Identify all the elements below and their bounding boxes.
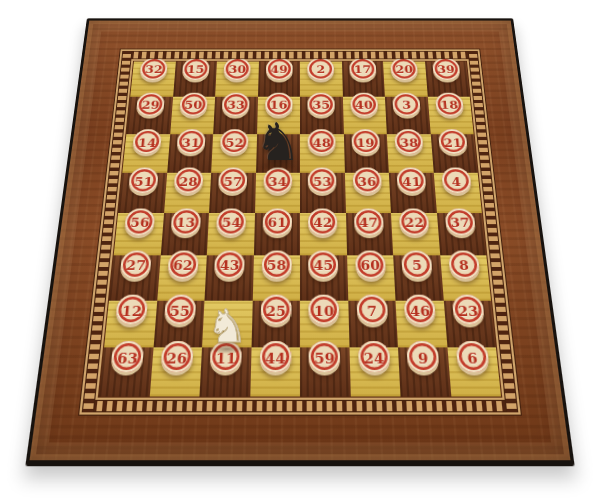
black-knight[interactable]: ♞ — [248, 112, 308, 172]
disc-52[interactable]: 52 — [220, 129, 249, 154]
square-f2[interactable]: 7 — [348, 300, 398, 347]
disc-number: 60 — [360, 257, 380, 273]
square-a1[interactable]: 63 — [99, 347, 153, 396]
disc-number: 14 — [138, 135, 157, 148]
square-f6[interactable]: 19 — [343, 134, 388, 173]
square-b5[interactable]: 28 — [164, 173, 212, 214]
square-h5[interactable]: 4 — [433, 173, 482, 214]
disc-number: 30 — [229, 63, 247, 75]
disc-number: 4 — [451, 174, 462, 188]
disc-48[interactable]: 48 — [308, 129, 336, 154]
disc-number: 8 — [458, 257, 469, 273]
disc-3[interactable]: 3 — [392, 93, 421, 116]
inlay-border: 3215304921720392950331635403181431524819… — [78, 49, 522, 416]
square-e4[interactable]: 42 — [300, 213, 347, 256]
disc-number: 19 — [356, 135, 375, 148]
disc-number: 3 — [402, 98, 412, 111]
disc-number: 10 — [314, 302, 334, 318]
square-g3[interactable]: 5 — [393, 256, 443, 301]
square-b6[interactable]: 31 — [167, 134, 213, 173]
square-a4[interactable]: 56 — [114, 213, 164, 256]
square-d5[interactable]: 34 — [255, 173, 300, 214]
square-f1[interactable]: 24 — [349, 347, 401, 396]
disc-53[interactable]: 53 — [308, 168, 337, 194]
disc-5[interactable]: 5 — [401, 250, 433, 278]
disc-30[interactable]: 30 — [224, 57, 252, 79]
disc-number: 56 — [130, 215, 150, 230]
disc-number: 41 — [402, 174, 421, 188]
disc-number: 52 — [225, 135, 244, 148]
inlay-border-top — [121, 51, 478, 59]
square-h3[interactable]: 8 — [440, 256, 491, 301]
disc-number: 28 — [179, 174, 198, 188]
disc-number: 34 — [268, 174, 287, 188]
disc-28[interactable]: 28 — [173, 168, 203, 194]
square-b7[interactable]: 50 — [170, 97, 215, 134]
disc-29[interactable]: 29 — [136, 93, 165, 116]
disc-55[interactable]: 55 — [164, 295, 197, 325]
square-e8[interactable]: 2 — [300, 62, 342, 97]
disc-50[interactable]: 50 — [179, 93, 208, 116]
disc-31[interactable]: 31 — [176, 129, 206, 154]
disc-number: 32 — [145, 63, 163, 75]
disc-number: 2 — [316, 63, 325, 75]
disc-number: 58 — [267, 257, 287, 273]
disc-number: 18 — [440, 98, 459, 111]
square-f3[interactable]: 60 — [347, 256, 396, 301]
disc-number: 44 — [265, 349, 286, 366]
disc-14[interactable]: 14 — [132, 129, 162, 154]
disc-25[interactable]: 25 — [260, 295, 291, 325]
disc-35[interactable]: 35 — [308, 93, 336, 116]
disc-number: 42 — [313, 215, 332, 230]
inlay-border-bottom — [82, 400, 519, 412]
disc-19[interactable]: 19 — [351, 129, 380, 154]
square-a8[interactable]: 32 — [130, 62, 175, 97]
disc-number: 9 — [417, 349, 428, 366]
disc-60[interactable]: 60 — [355, 250, 386, 278]
disc-18[interactable]: 18 — [435, 93, 464, 116]
disc-number: 47 — [359, 215, 378, 230]
square-g4[interactable]: 22 — [391, 213, 440, 256]
square-g2[interactable]: 46 — [395, 300, 446, 347]
disc-number: 62 — [173, 257, 193, 273]
disc-number: 22 — [404, 215, 424, 230]
disc-15[interactable]: 15 — [182, 57, 210, 79]
square-h8[interactable]: 39 — [425, 62, 470, 97]
square-g7[interactable]: 3 — [385, 97, 430, 134]
square-d4[interactable]: 61 — [253, 213, 300, 256]
disc-number: 33 — [227, 98, 245, 111]
disc-7[interactable]: 7 — [356, 295, 388, 325]
square-b3[interactable]: 62 — [157, 256, 207, 301]
board-frame: 3215304921720392950331635403181431524819… — [25, 18, 574, 466]
white-knight-icon: ♞ — [197, 297, 257, 355]
disc-number: 57 — [223, 174, 242, 188]
disc-number: 29 — [141, 98, 160, 111]
square-a7[interactable]: 29 — [126, 97, 172, 134]
square-d1[interactable]: 44 — [250, 347, 300, 396]
disc-44[interactable]: 44 — [259, 341, 291, 372]
disc-8[interactable]: 8 — [448, 250, 481, 278]
disc-38[interactable]: 38 — [394, 129, 424, 154]
disc-number: 6 — [466, 349, 478, 366]
disc-number: 35 — [312, 98, 330, 111]
disc-43[interactable]: 43 — [214, 250, 245, 278]
disc-number: 31 — [181, 135, 200, 148]
disc-number: 53 — [313, 174, 332, 188]
square-b8[interactable]: 15 — [173, 62, 217, 97]
square-h4[interactable]: 37 — [436, 213, 486, 256]
disc-4[interactable]: 4 — [441, 168, 472, 194]
disc-26[interactable]: 26 — [160, 341, 194, 372]
disc-number: 54 — [222, 215, 241, 230]
disc-59[interactable]: 59 — [309, 341, 341, 372]
white-knight[interactable]: ♞ — [197, 297, 257, 355]
disc-12[interactable]: 12 — [115, 295, 148, 325]
disc-number: 24 — [363, 349, 384, 366]
disc-number: 21 — [443, 135, 462, 148]
square-d3[interactable]: 58 — [252, 256, 300, 301]
square-g1[interactable]: 9 — [398, 347, 451, 396]
square-c5[interactable]: 57 — [209, 173, 256, 214]
disc-40[interactable]: 40 — [350, 93, 378, 116]
disc-number: 49 — [270, 63, 287, 75]
disc-13[interactable]: 13 — [170, 208, 201, 235]
square-f7[interactable]: 40 — [342, 97, 386, 134]
disc-57[interactable]: 57 — [218, 168, 248, 194]
disc-58[interactable]: 58 — [261, 250, 291, 278]
black-knight-icon: ♞ — [248, 112, 308, 172]
disc-number: 27 — [126, 257, 147, 273]
disc-number: 13 — [176, 215, 196, 230]
disc-number: 16 — [270, 98, 288, 111]
disc-51[interactable]: 51 — [128, 168, 159, 194]
square-b1[interactable]: 26 — [149, 347, 202, 396]
disc-number: 26 — [166, 349, 187, 366]
square-e5[interactable]: 53 — [300, 173, 345, 214]
square-e1[interactable]: 59 — [300, 347, 350, 396]
disc-number: 40 — [355, 98, 373, 111]
disc-21[interactable]: 21 — [438, 129, 468, 154]
game-board: 3215304921720392950331635403181431524819… — [25, 18, 574, 466]
square-f4[interactable]: 47 — [345, 213, 393, 256]
disc-number: 45 — [314, 257, 334, 273]
square-h6[interactable]: 21 — [430, 134, 477, 173]
disc-24[interactable]: 24 — [358, 341, 391, 372]
disc-22[interactable]: 22 — [399, 208, 430, 235]
square-c3[interactable]: 43 — [205, 256, 254, 301]
square-h7[interactable]: 18 — [427, 97, 473, 134]
disc-32[interactable]: 32 — [140, 57, 169, 79]
disc-number: 50 — [184, 98, 202, 111]
disc-number: 38 — [400, 135, 419, 148]
square-a2[interactable]: 12 — [104, 300, 157, 347]
square-c4[interactable]: 54 — [207, 213, 255, 256]
disc-number: 61 — [268, 215, 287, 230]
disc-number: 5 — [412, 257, 423, 273]
square-f8[interactable]: 17 — [342, 62, 385, 97]
disc-63[interactable]: 63 — [110, 341, 144, 372]
disc-number: 48 — [313, 135, 331, 148]
disc-17[interactable]: 17 — [349, 57, 377, 79]
disc-45[interactable]: 45 — [308, 250, 338, 278]
disc-20[interactable]: 20 — [390, 57, 418, 79]
square-h1[interactable]: 6 — [447, 347, 501, 396]
disc-49[interactable]: 49 — [266, 57, 293, 79]
disc-number: 7 — [367, 302, 378, 318]
disc-27[interactable]: 27 — [120, 250, 153, 278]
disc-2[interactable]: 2 — [307, 57, 334, 79]
disc-47[interactable]: 47 — [354, 208, 384, 235]
disc-37[interactable]: 37 — [444, 208, 476, 235]
square-c8[interactable]: 30 — [215, 62, 258, 97]
disc-number: 39 — [437, 63, 455, 75]
disc-61[interactable]: 61 — [262, 208, 292, 235]
disc-number: 46 — [410, 302, 431, 318]
square-a5[interactable]: 51 — [118, 173, 167, 214]
photo-background: 3215304921720392950331635403181431524819… — [0, 0, 600, 499]
square-e2[interactable]: 10 — [300, 300, 349, 347]
disc-number: 23 — [457, 302, 478, 318]
square-g6[interactable]: 38 — [387, 134, 433, 173]
square-e3[interactable]: 45 — [300, 256, 348, 301]
disc-56[interactable]: 56 — [124, 208, 156, 235]
disc-41[interactable]: 41 — [397, 168, 427, 194]
disc-number: 12 — [121, 302, 142, 318]
disc-number: 63 — [117, 349, 139, 366]
square-b4[interactable]: 13 — [160, 213, 209, 256]
disc-36[interactable]: 36 — [352, 168, 382, 194]
square-g5[interactable]: 41 — [389, 173, 437, 214]
disc-number: 36 — [357, 174, 376, 188]
disc-10[interactable]: 10 — [309, 295, 340, 325]
disc-number: 59 — [314, 349, 335, 366]
square-d8[interactable]: 49 — [258, 62, 300, 97]
disc-number: 37 — [450, 215, 470, 230]
disc-39[interactable]: 39 — [432, 57, 461, 79]
disc-number: 17 — [354, 63, 372, 75]
disc-number: 25 — [266, 302, 286, 318]
square-g8[interactable]: 20 — [383, 62, 427, 97]
disc-number: 20 — [395, 63, 413, 75]
disc-42[interactable]: 42 — [308, 208, 338, 235]
disc-number: 43 — [220, 257, 240, 273]
square-h2[interactable]: 23 — [443, 300, 496, 347]
disc-62[interactable]: 62 — [167, 250, 199, 278]
disc-number: 51 — [134, 174, 154, 188]
square-a6[interactable]: 14 — [122, 134, 169, 173]
disc-number: 55 — [169, 302, 190, 318]
square-a3[interactable]: 27 — [109, 256, 160, 301]
disc-33[interactable]: 33 — [222, 93, 250, 116]
disc-54[interactable]: 54 — [216, 208, 246, 235]
square-d2[interactable]: 25 — [251, 300, 300, 347]
disc-number: 15 — [187, 63, 205, 75]
square-f5[interactable]: 36 — [344, 173, 391, 214]
